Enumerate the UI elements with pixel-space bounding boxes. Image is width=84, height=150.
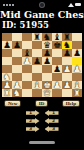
black-pawn: ♟	[62, 49, 72, 57]
square-h1[interactable]: ♜	[72, 89, 82, 97]
square-c2[interactable]	[22, 81, 32, 89]
arrow-controls: 112233	[0, 110, 84, 132]
square-f4[interactable]: ♟	[52, 65, 62, 73]
white-pawn: ♟	[72, 65, 82, 73]
black-king: ♚	[52, 41, 62, 49]
notification-dots-icon	[3, 4, 14, 6]
square-b1[interactable]: ♞	[12, 89, 22, 97]
black-pawn: ♟	[2, 41, 12, 49]
wifi-icon	[68, 3, 74, 7]
white-bishop: ♝	[32, 81, 42, 89]
square-h8[interactable]	[72, 33, 82, 41]
battery-icon	[75, 3, 81, 6]
new-button[interactable]: New	[4, 100, 21, 107]
square-c8[interactable]	[22, 33, 32, 41]
square-g6[interactable]: ♟	[62, 49, 72, 57]
square-e5[interactable]: ♟	[42, 57, 52, 65]
square-a7[interactable]: ♟	[2, 41, 12, 49]
status-right-icons	[68, 3, 81, 7]
id-button[interactable]: ID	[35, 100, 49, 107]
square-a5[interactable]	[2, 57, 12, 65]
square-f1[interactable]	[52, 89, 62, 97]
square-g2[interactable]: ♟	[62, 81, 72, 89]
square-h6[interactable]: ♟	[72, 49, 82, 57]
square-d7[interactable]	[32, 41, 42, 49]
black-pawn: ♟	[72, 49, 82, 57]
page-title: Mid Game Chess	[0, 9, 84, 20]
black-rook: ♜	[32, 33, 42, 41]
arrow-row-2: 22	[26, 118, 59, 124]
square-b4[interactable]	[12, 65, 22, 73]
square-b6[interactable]	[12, 49, 22, 57]
chess-board: ♜♞♝♜♟♟♛♚♞♝♟♟♟♟♟♟♟♟♟♞♟♟♝♚♟♟♝♜♞♛♜	[0, 31, 84, 99]
square-d1[interactable]	[32, 89, 42, 97]
black-pawn: ♟	[32, 57, 42, 65]
square-d2[interactable]: ♝	[32, 81, 42, 89]
white-pawn: ♟	[62, 81, 72, 89]
square-d8[interactable]: ♜	[32, 33, 42, 41]
square-f7[interactable]: ♚	[52, 41, 62, 49]
black-pawn: ♟	[12, 41, 22, 49]
arrow-right-button-2[interactable]: 2	[26, 118, 40, 124]
square-b5[interactable]	[12, 57, 22, 65]
white-rook: ♜	[72, 89, 82, 97]
arrow-row-3: 33	[26, 126, 59, 132]
white-pawn: ♟	[22, 57, 32, 65]
black-pawn: ♟	[42, 57, 52, 65]
help-button[interactable]: Help	[62, 100, 80, 107]
black-pawn: ♟	[52, 65, 62, 73]
arrow-left-button-2[interactable]: 2	[45, 118, 59, 124]
arrow-right-button-3[interactable]: 3	[26, 126, 40, 132]
arrow-left-button-3[interactable]: 3	[45, 126, 59, 132]
square-h4[interactable]: ♟	[72, 65, 82, 73]
arrow-row-1: 11	[26, 110, 59, 116]
white-queen: ♛	[42, 89, 52, 97]
square-g1[interactable]	[62, 89, 72, 97]
arrow-left-button-1[interactable]: 1	[45, 110, 59, 116]
square-c4[interactable]	[22, 65, 32, 73]
game-id-label: ID: 51955	[0, 20, 84, 31]
square-f6[interactable]	[52, 49, 62, 57]
square-d5[interactable]: ♟	[32, 57, 42, 65]
home-indicator[interactable]	[29, 141, 55, 144]
square-a6[interactable]	[2, 49, 12, 57]
square-a1[interactable]: ♜	[2, 89, 12, 97]
camera-punch-hole-icon	[40, 3, 44, 7]
arrow-right-button-1[interactable]: 1	[26, 110, 40, 116]
square-c5[interactable]: ♟	[22, 57, 32, 65]
button-row: New ID Help	[0, 99, 84, 107]
square-e1[interactable]: ♛	[42, 89, 52, 97]
status-bar	[0, 0, 84, 9]
square-b7[interactable]: ♟	[12, 41, 22, 49]
square-c3[interactable]	[22, 73, 32, 81]
white-pawn: ♟	[52, 81, 62, 89]
square-f2[interactable]: ♟	[52, 81, 62, 89]
square-d4[interactable]	[32, 65, 42, 73]
app-window: Mid Game Chess ID: 51955 ♜♞♝♜♟♟♛♚♞♝♟♟♟♟♟…	[0, 0, 84, 150]
square-g4[interactable]: ♟	[62, 65, 72, 73]
square-e4[interactable]	[42, 65, 52, 73]
bottom-panel: New ID Help 112233	[0, 99, 84, 135]
white-rook: ♜	[2, 89, 12, 97]
white-pawn: ♟	[62, 65, 72, 73]
square-c1[interactable]	[22, 89, 32, 97]
white-knight: ♞	[12, 89, 22, 97]
gesture-nav-bar	[0, 136, 84, 150]
